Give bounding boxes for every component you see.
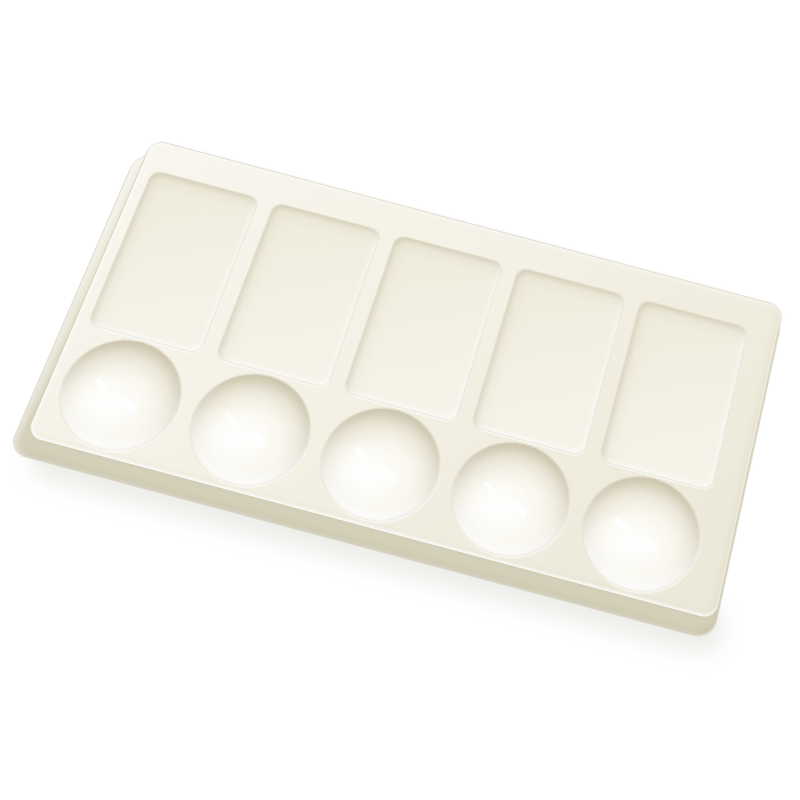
photo-background — [0, 0, 800, 800]
rect-well-4 — [471, 267, 625, 455]
round-well-5 — [570, 464, 710, 604]
round-well-1 — [42, 328, 198, 463]
round-well-4 — [438, 430, 582, 569]
paint-palette-tray — [26, 140, 783, 620]
rect-well-5 — [600, 300, 748, 490]
round-well-3 — [306, 396, 454, 534]
rect-wells-row — [153, 140, 783, 307]
round-well-2 — [174, 362, 326, 498]
